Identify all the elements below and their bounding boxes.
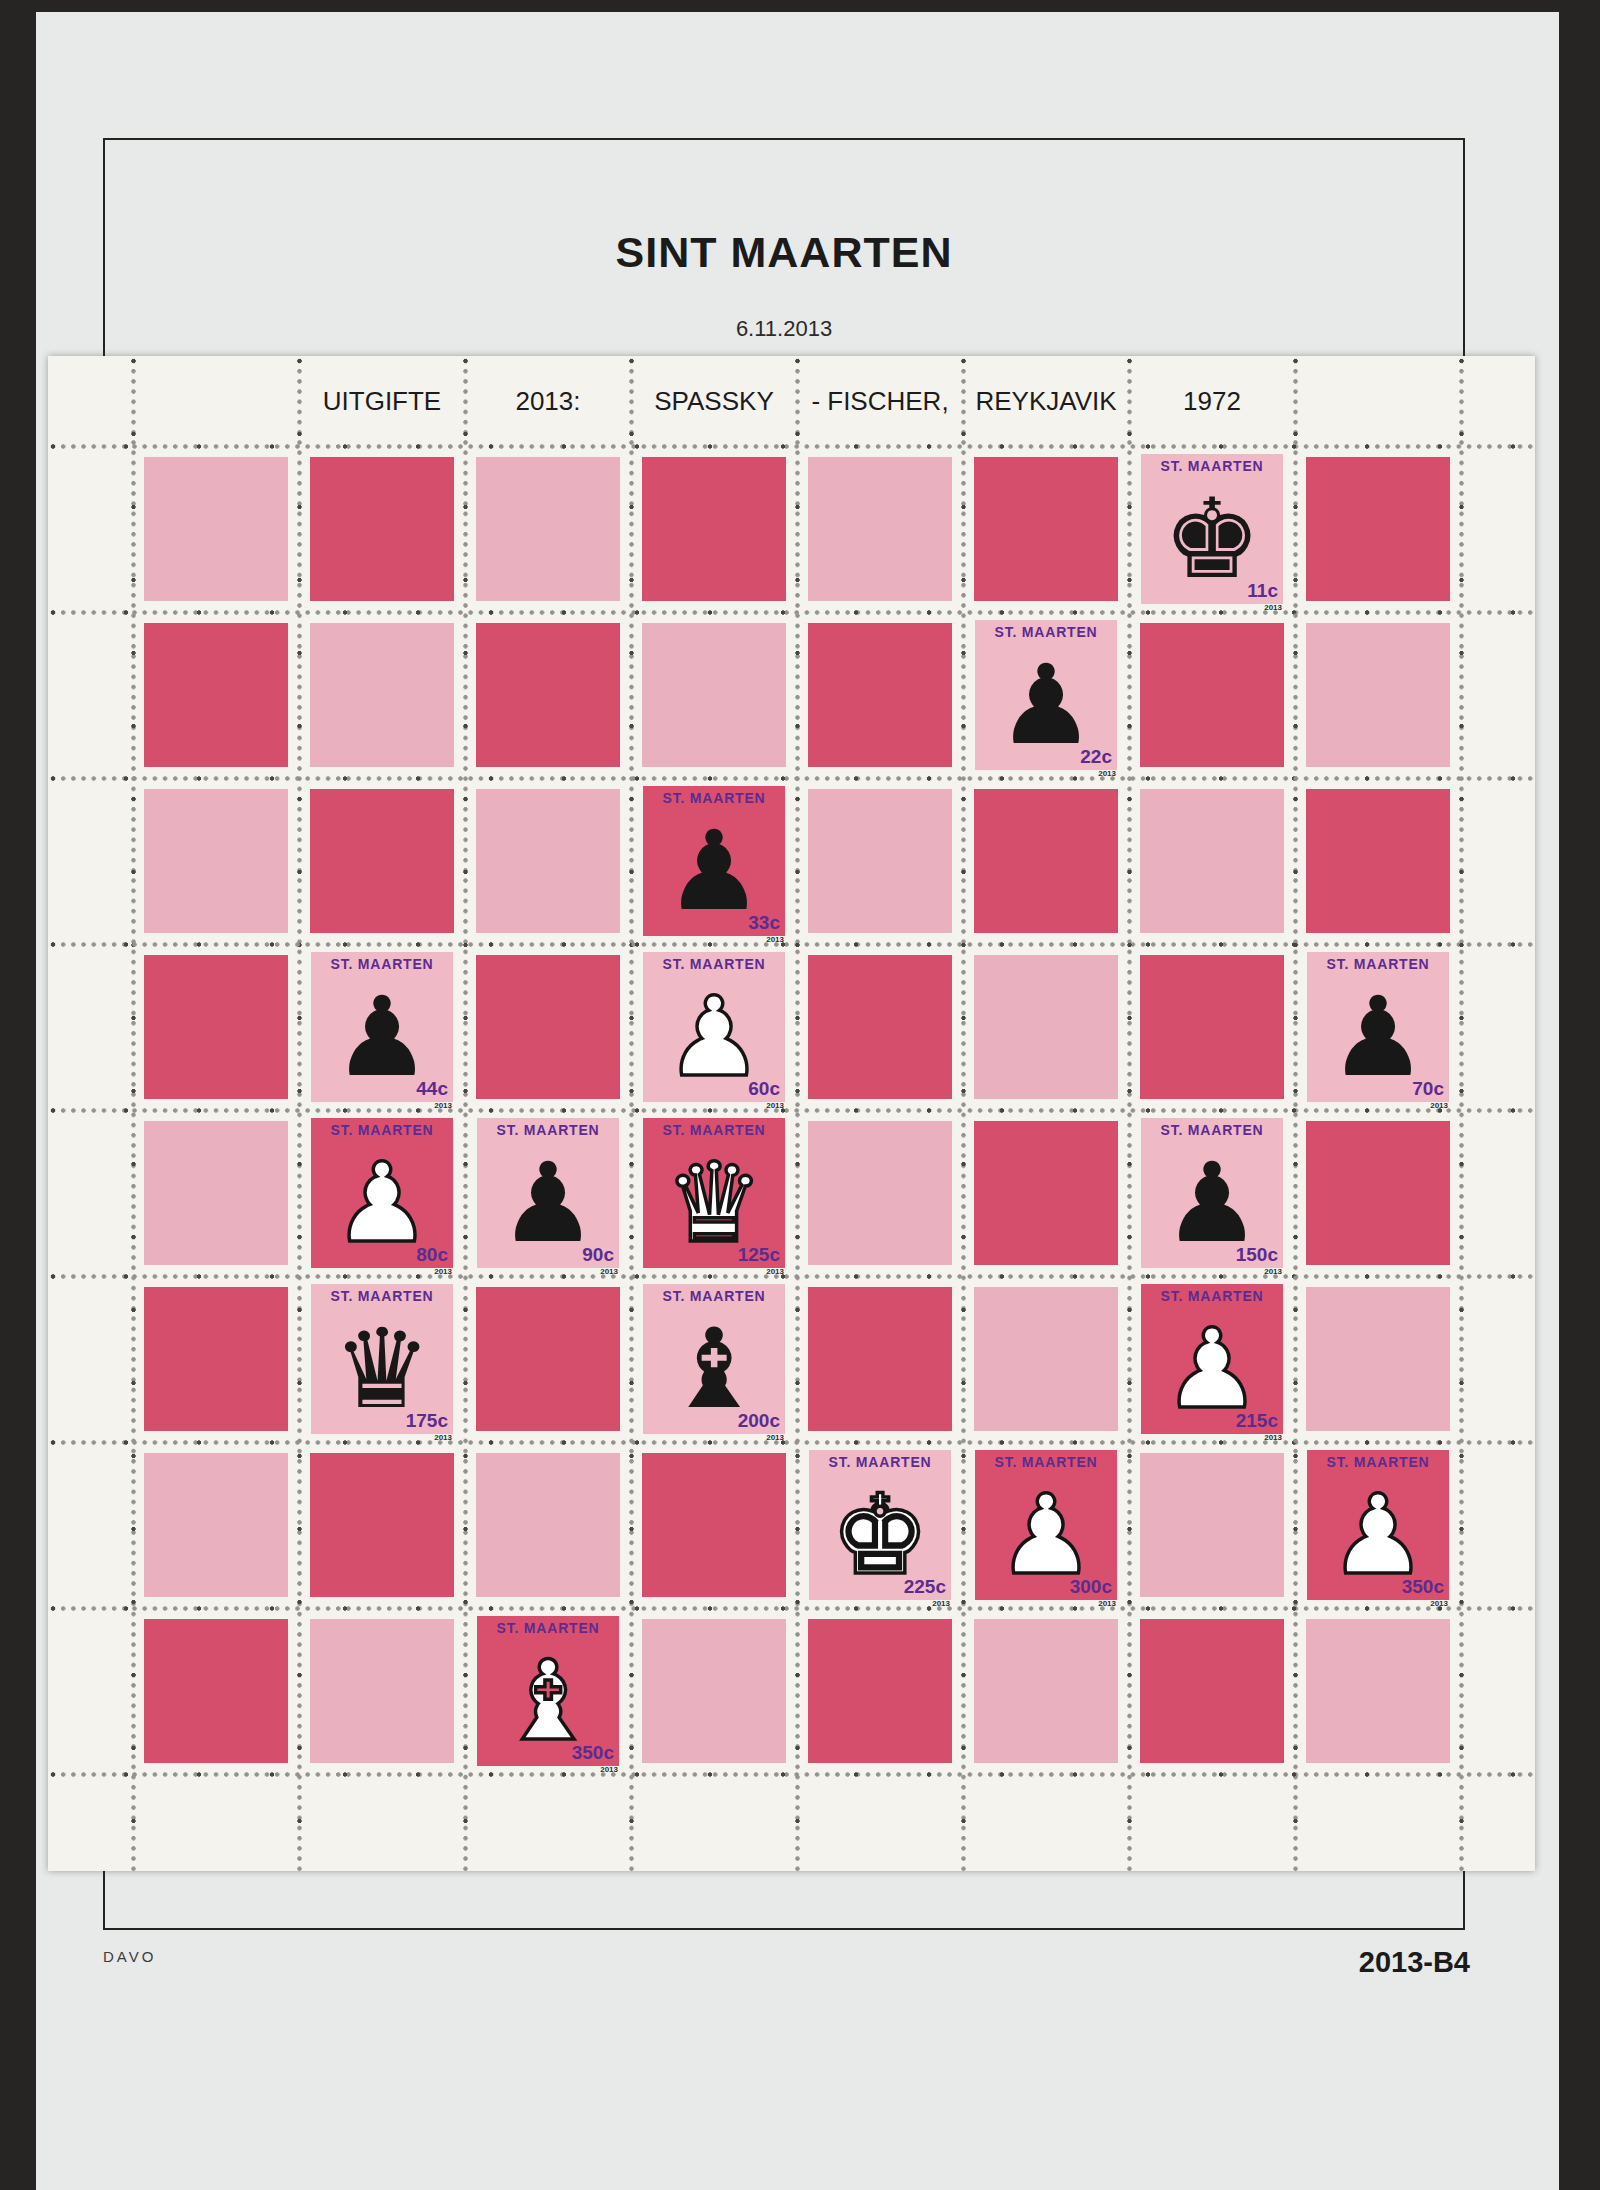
stamp-country-label: ST. MAARTEN — [975, 620, 1117, 640]
stamp-value: 350c — [1402, 1576, 1444, 1598]
stamp-background: ST. MAARTEN♟215c — [1141, 1284, 1283, 1434]
stamp-country-label: ST. MAARTEN — [477, 1616, 619, 1636]
stamp-year-label: 2013 — [434, 1267, 452, 1276]
stamp-country-label: ST. MAARTEN — [311, 1118, 453, 1138]
album-page: SINT MAARTEN 6.11.2013 UITGIFTE2013:SPAS… — [36, 12, 1559, 2190]
square-h8 — [1306, 457, 1450, 601]
stamp-background: ST. MAARTEN♝200c — [643, 1284, 785, 1434]
stamp-background: ST. MAARTEN♟44c — [311, 952, 453, 1102]
white-pawn-icon: ♟ — [1163, 1317, 1262, 1422]
square-h3 — [1306, 1287, 1450, 1431]
stamp-country-label: ST. MAARTEN — [477, 1118, 619, 1138]
stamp-f7-black-pawn: ST. MAARTEN♟22c2013 — [963, 612, 1129, 778]
stamp-background: ST. MAARTEN♛125c — [643, 1118, 785, 1268]
sheet-caption-cell-4: - FISCHER, — [797, 356, 963, 446]
square-h1 — [1306, 1619, 1450, 1763]
stamp-e2-white-king: ST. MAARTEN♚225c2013 — [797, 1442, 963, 1608]
square-f4 — [974, 1121, 1118, 1265]
stamp-background: ST. MAARTEN♟70c — [1307, 952, 1449, 1102]
stamp-f2-white-pawn: ST. MAARTEN♟300c2013 — [963, 1442, 1129, 1608]
stamp-country-label: ST. MAARTEN — [1307, 952, 1449, 972]
stamp-year-label: 2013 — [1264, 1433, 1282, 1442]
square-a4 — [144, 1121, 288, 1265]
square-g1 — [1140, 1619, 1284, 1763]
white-king-icon: ♚ — [831, 1483, 930, 1588]
stamp-value: 200c — [738, 1410, 780, 1432]
stamp-year-label: 2013 — [1264, 603, 1282, 612]
square-b8 — [310, 457, 454, 601]
black-pawn-icon: ♟ — [499, 1151, 598, 1256]
black-bishop-icon: ♝ — [665, 1317, 764, 1422]
stamp-background: ST. MAARTEN♟33c — [643, 786, 785, 936]
stamp-background: ST. MAARTEN♚225c — [809, 1450, 951, 1600]
square-f6 — [974, 789, 1118, 933]
stamp-year-label: 2013 — [600, 1765, 618, 1774]
sheet-caption-cell-1: UITGIFTE — [299, 356, 465, 446]
stamp-value: 60c — [748, 1078, 780, 1100]
stamp-b5-black-pawn: ST. MAARTEN♟44c2013 — [299, 944, 465, 1110]
stamp-background: ST. MAARTEN♟150c — [1141, 1118, 1283, 1268]
publisher-label: DAVO — [103, 1948, 156, 1965]
stamp-country-label: ST. MAARTEN — [643, 1118, 785, 1138]
black-queen-icon: ♛ — [333, 1317, 432, 1422]
square-e3 — [808, 1287, 952, 1431]
square-e1 — [808, 1619, 952, 1763]
square-c6 — [476, 789, 620, 933]
perforation-column-8 — [1458, 356, 1465, 1871]
stamp-g3-white-pawn: ST. MAARTEN♟215c2013 — [1129, 1276, 1295, 1442]
stamp-country-label: ST. MAARTEN — [1141, 1118, 1283, 1138]
stamp-value: 175c — [406, 1410, 448, 1432]
issue-date: 6.11.2013 — [103, 316, 1465, 342]
square-a1 — [144, 1619, 288, 1763]
white-pawn-icon: ♟ — [997, 1483, 1096, 1588]
white-bishop-icon: ♝ — [499, 1649, 598, 1754]
stamp-country-label: ST. MAARTEN — [809, 1450, 951, 1470]
stamp-year-label: 2013 — [766, 1433, 784, 1442]
stamp-country-label: ST. MAARTEN — [1141, 454, 1283, 474]
perforation-row-1 — [48, 609, 1535, 616]
square-c8 — [476, 457, 620, 601]
stamp-background: ST. MAARTEN♚11c — [1141, 454, 1283, 604]
stamp-value: 33c — [748, 912, 780, 934]
square-c2 — [476, 1453, 620, 1597]
stamp-value: 11c — [1247, 580, 1278, 602]
stamp-d4-white-queen: ST. MAARTEN♛125c2013 — [631, 1110, 797, 1276]
square-d7 — [642, 623, 786, 767]
sheet-caption-cell-5: REYKJAVIK — [963, 356, 1129, 446]
stamp-background: ST. MAARTEN♟350c — [1307, 1450, 1449, 1600]
stamp-value: 44c — [416, 1078, 448, 1100]
square-f5 — [974, 955, 1118, 1099]
sheet-caption-cell-2: 2013: — [465, 356, 631, 446]
square-d8 — [642, 457, 786, 601]
album-page-code: 2013-B4 — [1305, 1946, 1470, 1979]
stamp-background: ST. MAARTEN♟60c — [643, 952, 785, 1102]
stamp-g4-black-pawn: ST. MAARTEN♟150c2013 — [1129, 1110, 1295, 1276]
white-queen-icon: ♛ — [665, 1151, 764, 1256]
stamp-value: 300c — [1070, 1576, 1112, 1598]
square-b6 — [310, 789, 454, 933]
stamp-g8-black-king: ST. MAARTEN♚11c2013 — [1129, 446, 1295, 612]
stamp-year-label: 2013 — [600, 1267, 618, 1276]
square-g7 — [1140, 623, 1284, 767]
square-f3 — [974, 1287, 1118, 1431]
stamp-country-label: ST. MAARTEN — [643, 786, 785, 806]
perforation-row-8 — [48, 1771, 1535, 1778]
stamp-year-label: 2013 — [766, 1101, 784, 1110]
square-a3 — [144, 1287, 288, 1431]
square-b1 — [310, 1619, 454, 1763]
square-a2 — [144, 1453, 288, 1597]
stamp-year-label: 2013 — [766, 935, 784, 944]
black-pawn-icon: ♟ — [1329, 985, 1428, 1090]
stamp-background: ST. MAARTEN♟300c — [975, 1450, 1117, 1600]
sheet-caption-cell-3: SPASSKY — [631, 356, 797, 446]
stamp-b4-white-pawn: ST. MAARTEN♟80c2013 — [299, 1110, 465, 1276]
square-c3 — [476, 1287, 620, 1431]
stamp-value: 80c — [416, 1244, 448, 1266]
stamp-year-label: 2013 — [932, 1599, 950, 1608]
square-e4 — [808, 1121, 952, 1265]
black-pawn-icon: ♟ — [333, 985, 432, 1090]
stamp-value: 22c — [1080, 746, 1112, 768]
stamp-year-label: 2013 — [766, 1267, 784, 1276]
stamp-year-label: 2013 — [434, 1101, 452, 1110]
stamp-value: 70c — [1412, 1078, 1444, 1100]
stamp-h5-black-pawn: ST. MAARTEN♟70c2013 — [1295, 944, 1461, 1110]
stamp-background: ST. MAARTEN♟90c — [477, 1118, 619, 1268]
stamp-country-label: ST. MAARTEN — [643, 1284, 785, 1304]
stamp-sheet-chessboard: UITGIFTE2013:SPASSKY- FISCHER,REYKJAVIK1… — [48, 356, 1535, 1871]
stamp-country-label: ST. MAARTEN — [311, 1284, 453, 1304]
square-g5 — [1140, 955, 1284, 1099]
stamp-country-label: ST. MAARTEN — [643, 952, 785, 972]
black-pawn-icon: ♟ — [997, 653, 1096, 758]
black-pawn-icon: ♟ — [1163, 1151, 1262, 1256]
stamp-c4-black-pawn: ST. MAARTEN♟90c2013 — [465, 1110, 631, 1276]
stamp-year-label: 2013 — [1098, 769, 1116, 778]
square-g2 — [1140, 1453, 1284, 1597]
square-h4 — [1306, 1121, 1450, 1265]
square-d2 — [642, 1453, 786, 1597]
square-g6 — [1140, 789, 1284, 933]
stamp-value: 215c — [1236, 1410, 1278, 1432]
stamp-background: ST. MAARTEN♝350c — [477, 1616, 619, 1766]
stamp-value: 150c — [1236, 1244, 1278, 1266]
stamp-d3-black-bishop: ST. MAARTEN♝200c2013 — [631, 1276, 797, 1442]
stamp-background: ST. MAARTEN♟80c — [311, 1118, 453, 1268]
sheet-caption-cell-6: 1972 — [1129, 356, 1295, 446]
perforation-column-5 — [960, 356, 967, 1871]
stamp-value: 350c — [572, 1742, 614, 1764]
square-d1 — [642, 1619, 786, 1763]
stamp-b3-black-queen: ST. MAARTEN♛175c2013 — [299, 1276, 465, 1442]
square-a6 — [144, 789, 288, 933]
stamp-d5-white-pawn: ST. MAARTEN♟60c2013 — [631, 944, 797, 1110]
black-pawn-icon: ♟ — [665, 819, 764, 924]
stamp-year-label: 2013 — [1430, 1599, 1448, 1608]
stamp-c1-white-bishop: ST. MAARTEN♝350c2013 — [465, 1608, 631, 1774]
white-pawn-icon: ♟ — [665, 985, 764, 1090]
square-b7 — [310, 623, 454, 767]
white-pawn-icon: ♟ — [1329, 1483, 1428, 1588]
white-pawn-icon: ♟ — [333, 1151, 432, 1256]
stamp-country-label: ST. MAARTEN — [311, 952, 453, 972]
stamp-year-label: 2013 — [434, 1433, 452, 1442]
page-title: SINT MAARTEN — [103, 228, 1465, 277]
square-f8 — [974, 457, 1118, 601]
square-a7 — [144, 623, 288, 767]
stamp-country-label: ST. MAARTEN — [1307, 1450, 1449, 1470]
square-h6 — [1306, 789, 1450, 933]
stamp-background: ST. MAARTEN♛175c — [311, 1284, 453, 1434]
stamp-value: 90c — [582, 1244, 614, 1266]
square-e8 — [808, 457, 952, 601]
square-b2 — [310, 1453, 454, 1597]
stamp-year-label: 2013 — [1264, 1267, 1282, 1276]
square-e6 — [808, 789, 952, 933]
stamp-value: 225c — [904, 1576, 946, 1598]
square-f1 — [974, 1619, 1118, 1763]
stamp-country-label: ST. MAARTEN — [1141, 1284, 1283, 1304]
stamp-value: 125c — [738, 1244, 780, 1266]
square-c5 — [476, 955, 620, 1099]
square-c7 — [476, 623, 620, 767]
stamp-country-label: ST. MAARTEN — [975, 1450, 1117, 1470]
stamp-h2-white-pawn: ST. MAARTEN♟350c2013 — [1295, 1442, 1461, 1608]
square-e5 — [808, 955, 952, 1099]
square-h7 — [1306, 623, 1450, 767]
square-e7 — [808, 623, 952, 767]
stamp-d6-black-pawn: ST. MAARTEN♟33c2013 — [631, 778, 797, 944]
black-king-icon: ♚ — [1163, 487, 1262, 592]
stamp-year-label: 2013 — [1098, 1599, 1116, 1608]
square-a5 — [144, 955, 288, 1099]
stamp-background: ST. MAARTEN♟22c — [975, 620, 1117, 770]
square-a8 — [144, 457, 288, 601]
stamp-year-label: 2013 — [1430, 1101, 1448, 1110]
